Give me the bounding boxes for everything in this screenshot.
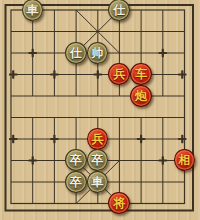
- board-intersection[interactable]: [174, 107, 196, 129]
- board-intersection[interactable]: [22, 107, 44, 129]
- board-intersection[interactable]: [43, 0, 65, 21]
- board-intersection[interactable]: [22, 171, 44, 193]
- board-intersection[interactable]: [22, 128, 44, 150]
- board-intersection[interactable]: [0, 21, 22, 43]
- board-intersection[interactable]: [174, 0, 196, 21]
- board-intersection[interactable]: [22, 150, 44, 172]
- board-intersection[interactable]: 仕: [65, 42, 87, 64]
- board-intersection[interactable]: [65, 21, 87, 43]
- board-intersection[interactable]: [174, 21, 196, 43]
- board-intersection[interactable]: [43, 21, 65, 43]
- piece-red-cannon[interactable]: 炮: [130, 85, 152, 107]
- board-intersection[interactable]: [130, 42, 152, 64]
- board-intersection[interactable]: [130, 107, 152, 129]
- board-intersection[interactable]: [0, 128, 22, 150]
- board-intersection[interactable]: [22, 85, 44, 107]
- board-intersection[interactable]: [174, 171, 196, 193]
- board-intersection[interactable]: [174, 128, 196, 150]
- board-intersection[interactable]: [108, 21, 130, 43]
- board-intersection[interactable]: 卒: [87, 150, 109, 172]
- board-intersection[interactable]: 车: [130, 64, 152, 86]
- board-intersection[interactable]: [87, 107, 109, 129]
- board-intersection[interactable]: [174, 193, 196, 215]
- xiangqi-board: 車仕仕帅兵车炮兵卒卒相卒車将: [0, 0, 200, 220]
- board-intersection[interactable]: [43, 85, 65, 107]
- board-intersection[interactable]: [130, 0, 152, 21]
- board-intersection[interactable]: [43, 128, 65, 150]
- board-intersection[interactable]: [22, 64, 44, 86]
- piece-red-soldier[interactable]: 兵: [108, 63, 130, 85]
- board-intersection[interactable]: [22, 193, 44, 215]
- board-intersection[interactable]: 相: [174, 150, 196, 172]
- board-intersection[interactable]: [152, 64, 174, 86]
- piece-olive-soldier[interactable]: 卒: [87, 149, 109, 171]
- piece-olive-general[interactable]: 帅: [87, 42, 109, 64]
- board-intersection[interactable]: [43, 64, 65, 86]
- board-intersection[interactable]: [108, 42, 130, 64]
- board-intersection[interactable]: [108, 128, 130, 150]
- board-intersection[interactable]: [87, 85, 109, 107]
- piece-red-elephant[interactable]: 相: [174, 149, 196, 171]
- board-intersection[interactable]: [174, 64, 196, 86]
- board-intersection[interactable]: [0, 64, 22, 86]
- board-intersection[interactable]: [152, 0, 174, 21]
- board-intersection[interactable]: [152, 107, 174, 129]
- board-intersection[interactable]: 将: [108, 193, 130, 215]
- board-intersection[interactable]: 帅: [87, 42, 109, 64]
- board-intersection[interactable]: [152, 150, 174, 172]
- board-intersection[interactable]: [152, 21, 174, 43]
- board-intersection[interactable]: [108, 85, 130, 107]
- board-intersection[interactable]: [152, 171, 174, 193]
- board-intersection[interactable]: [108, 107, 130, 129]
- board-intersection[interactable]: [43, 42, 65, 64]
- board-intersection[interactable]: [0, 85, 22, 107]
- board-intersection[interactable]: [0, 42, 22, 64]
- board-intersection[interactable]: [65, 128, 87, 150]
- board-intersection[interactable]: 卒: [65, 150, 87, 172]
- board-intersection[interactable]: [22, 21, 44, 43]
- board-intersection[interactable]: [87, 21, 109, 43]
- board-intersection[interactable]: [43, 150, 65, 172]
- board-intersection[interactable]: [0, 107, 22, 129]
- board-intersection[interactable]: [108, 171, 130, 193]
- board-intersection[interactable]: [152, 42, 174, 64]
- board-intersection[interactable]: 兵: [108, 64, 130, 86]
- board-intersection[interactable]: [152, 85, 174, 107]
- board-intersection[interactable]: 卒: [65, 171, 87, 193]
- board-intersection[interactable]: 炮: [130, 85, 152, 107]
- board-intersection[interactable]: [130, 193, 152, 215]
- piece-olive-chariot[interactable]: 車: [22, 0, 44, 21]
- piece-olive-soldier[interactable]: 卒: [65, 171, 87, 193]
- board-intersection[interactable]: [152, 128, 174, 150]
- board-intersection[interactable]: [87, 0, 109, 21]
- board-intersection[interactable]: [22, 42, 44, 64]
- board-intersection[interactable]: [130, 171, 152, 193]
- board-intersection[interactable]: 仕: [108, 0, 130, 21]
- piece-red-chariot[interactable]: 车: [130, 63, 152, 85]
- board-intersection[interactable]: [65, 107, 87, 129]
- intersection-grid: 車仕仕帅兵车炮兵卒卒相卒車将: [0, 0, 195, 214]
- board-intersection[interactable]: [174, 85, 196, 107]
- board-intersection[interactable]: [0, 193, 22, 215]
- board-intersection[interactable]: 車: [22, 0, 44, 21]
- board-intersection[interactable]: [43, 107, 65, 129]
- board-intersection[interactable]: [65, 85, 87, 107]
- piece-olive-soldier[interactable]: 卒: [65, 149, 87, 171]
- board-intersection[interactable]: 車: [87, 171, 109, 193]
- board-intersection[interactable]: 兵: [87, 128, 109, 150]
- board-intersection[interactable]: [130, 150, 152, 172]
- piece-red-soldier[interactable]: 兵: [87, 128, 109, 150]
- board-intersection[interactable]: [43, 193, 65, 215]
- board-intersection[interactable]: [152, 193, 174, 215]
- board-intersection[interactable]: [65, 0, 87, 21]
- board-intersection[interactable]: [174, 42, 196, 64]
- board-intersection[interactable]: [130, 128, 152, 150]
- board-intersection[interactable]: [130, 21, 152, 43]
- piece-olive-chariot[interactable]: 車: [87, 171, 109, 193]
- board-intersection[interactable]: [0, 171, 22, 193]
- piece-olive-advisor[interactable]: 仕: [108, 0, 130, 21]
- board-intersection[interactable]: [65, 64, 87, 86]
- board-intersection[interactable]: [65, 193, 87, 215]
- piece-olive-advisor[interactable]: 仕: [65, 42, 87, 64]
- board-intersection[interactable]: [0, 150, 22, 172]
- board-intersection[interactable]: [0, 0, 22, 21]
- board-intersection[interactable]: [43, 171, 65, 193]
- board-intersection[interactable]: [87, 64, 109, 86]
- board-intersection[interactable]: [87, 193, 109, 215]
- piece-red-general[interactable]: 将: [108, 192, 130, 214]
- board-intersection[interactable]: [108, 150, 130, 172]
